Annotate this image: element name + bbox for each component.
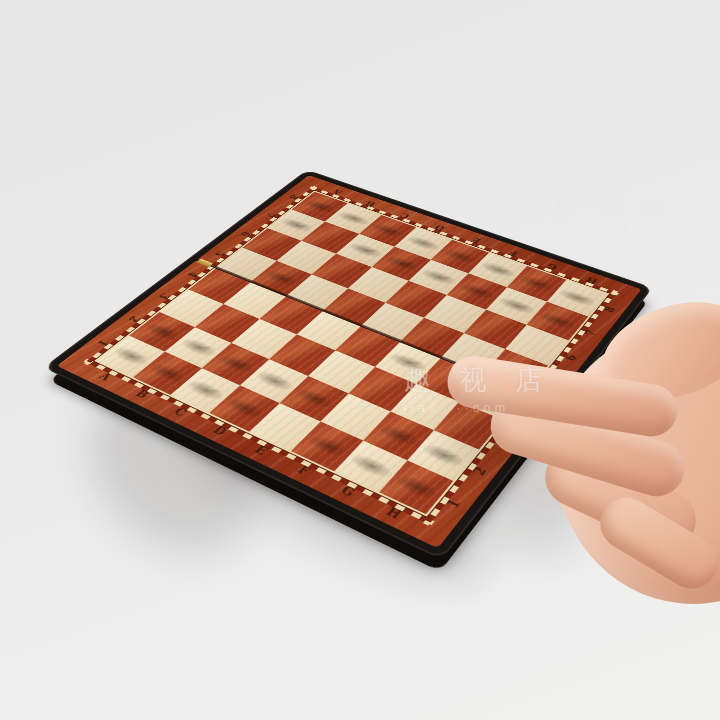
piece-white-knight-g1[interactable]: ♞: [347, 416, 394, 469]
piece-white-bishop-f1[interactable]: ♝: [303, 395, 352, 449]
rank-label-right-1: 1: [439, 492, 469, 516]
file-label-near-h: H: [377, 502, 410, 525]
file-label-near-f: F: [288, 460, 319, 481]
rank-label-right-7: 7: [579, 325, 603, 342]
rank-label-right-5: 5: [538, 375, 564, 394]
piece-white-pawn-f4[interactable]: ♟: [391, 327, 425, 364]
chess-set-product-photo: AABBCCDDEEFFGGHH1122334455667788 ♜♞♝♛♚♝♞…: [0, 0, 720, 720]
file-label-near-c: C: [165, 403, 195, 422]
file-label-near-d: D: [204, 422, 234, 441]
watermark-url: jias····com: [555, 224, 674, 236]
file-label-near-e: E: [245, 441, 276, 461]
hinge-icon: [532, 392, 552, 403]
file-label-near-b: B: [127, 385, 156, 403]
held-piece-white-king-h4[interactable]: ♚: [465, 338, 521, 400]
piece-white-queen-d1[interactable]: ♛: [218, 353, 271, 412]
piece-white-rook-h1[interactable]: ♜: [392, 436, 440, 490]
rank-label-right-6: 6: [559, 349, 584, 367]
file-label-near-a: A: [91, 368, 120, 385]
watermark: 趣 视 店 jias····com: [555, 193, 674, 235]
watermark-text: 趣 视 店: [555, 193, 674, 222]
file-label-near-g: G: [332, 481, 364, 503]
